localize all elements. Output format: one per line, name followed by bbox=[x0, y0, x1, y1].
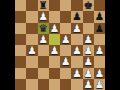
square-d3[interactable] bbox=[49, 56, 60, 67]
cursor-arrow: « bbox=[97, 79, 107, 89]
chessboard-stage: ♜♚♟♟♟♛♟♟♟♟♟♟♟♟♟♟♟♟♟♟♟♟♟♟ « bbox=[0, 0, 120, 90]
chess-board[interactable]: ♜♚♟♟♟♛♟♟♟♟♟♟♟♟♟♟♟♟♟♟♟♟♟♟ bbox=[15, 0, 105, 90]
square-g7[interactable] bbox=[83, 11, 94, 22]
square-h3[interactable] bbox=[94, 56, 105, 67]
square-e1[interactable] bbox=[60, 79, 71, 90]
square-c3[interactable] bbox=[38, 56, 49, 67]
square-f4[interactable]: ♟ bbox=[71, 45, 82, 56]
piece-black-pawn-h6[interactable]: ♟ bbox=[94, 23, 105, 34]
piece-black-pawn-h7[interactable]: ♟ bbox=[94, 11, 105, 22]
square-b2[interactable] bbox=[26, 68, 37, 79]
square-h6[interactable]: ♟ bbox=[94, 23, 105, 34]
square-h7[interactable]: ♟ bbox=[94, 11, 105, 22]
square-f2[interactable]: ♟ bbox=[71, 68, 82, 79]
square-b1[interactable] bbox=[26, 79, 37, 90]
square-e8[interactable] bbox=[60, 0, 71, 11]
piece-white-pawn-h4[interactable]: ♟ bbox=[94, 45, 105, 56]
piece-white-pawn-g1[interactable]: ♟ bbox=[83, 79, 94, 90]
square-e7[interactable] bbox=[60, 11, 71, 22]
square-a5[interactable] bbox=[15, 34, 26, 45]
piece-white-pawn-c5[interactable]: ♟ bbox=[38, 34, 49, 45]
square-b7[interactable] bbox=[26, 11, 37, 22]
piece-white-pawn-e5[interactable]: ♟ bbox=[60, 34, 71, 45]
square-a4[interactable] bbox=[15, 45, 26, 56]
square-d7[interactable] bbox=[49, 11, 60, 22]
piece-white-pawn-f6[interactable]: ♟ bbox=[71, 23, 82, 34]
square-b8[interactable] bbox=[26, 0, 37, 11]
square-b6[interactable] bbox=[26, 23, 37, 34]
square-h4[interactable]: ♟ bbox=[94, 45, 105, 56]
square-a6[interactable] bbox=[15, 23, 26, 34]
square-d1[interactable] bbox=[49, 79, 60, 90]
square-f3[interactable] bbox=[71, 56, 82, 67]
square-d4[interactable]: ♟ bbox=[49, 45, 60, 56]
piece-black-pawn-f7[interactable]: ♟ bbox=[71, 11, 82, 22]
piece-white-pawn-d6[interactable]: ♟ bbox=[49, 23, 60, 34]
square-b4[interactable]: ♟ bbox=[26, 45, 37, 56]
square-e2[interactable] bbox=[60, 68, 71, 79]
piece-white-pawn-c7[interactable]: ♟ bbox=[38, 11, 49, 22]
square-f7[interactable]: ♟ bbox=[71, 11, 82, 22]
square-c2[interactable] bbox=[38, 68, 49, 79]
square-g3[interactable]: ♟ bbox=[83, 56, 94, 67]
square-d6[interactable]: ♟ bbox=[49, 23, 60, 34]
piece-black-king-g8[interactable]: ♚ bbox=[83, 0, 94, 11]
piece-white-pawn-f2[interactable]: ♟ bbox=[71, 68, 82, 79]
square-a2[interactable] bbox=[15, 68, 26, 79]
square-a1[interactable] bbox=[15, 79, 26, 90]
piece-white-pawn-f4[interactable]: ♟ bbox=[71, 45, 82, 56]
square-f6[interactable]: ♟ bbox=[71, 23, 82, 34]
square-b3[interactable] bbox=[26, 56, 37, 67]
square-e3[interactable]: ♟ bbox=[60, 56, 71, 67]
piece-white-pawn-b4[interactable]: ♟ bbox=[26, 45, 37, 56]
square-a3[interactable] bbox=[15, 56, 26, 67]
square-c7[interactable]: ♟ bbox=[38, 11, 49, 22]
piece-white-pawn-d4[interactable]: ♟ bbox=[49, 45, 60, 56]
square-e5[interactable]: ♟ bbox=[60, 34, 71, 45]
square-g1[interactable]: ♟ bbox=[83, 79, 94, 90]
square-c4[interactable] bbox=[38, 45, 49, 56]
square-f1[interactable] bbox=[71, 79, 82, 90]
square-d2[interactable] bbox=[49, 68, 60, 79]
square-d8[interactable] bbox=[49, 0, 60, 11]
square-c5[interactable]: ♟ bbox=[38, 34, 49, 45]
piece-white-pawn-g3[interactable]: ♟ bbox=[83, 56, 94, 67]
square-c1[interactable] bbox=[38, 79, 49, 90]
piece-white-pawn-e3[interactable]: ♟ bbox=[60, 56, 71, 67]
square-a8[interactable] bbox=[15, 0, 26, 11]
square-a7[interactable] bbox=[15, 11, 26, 22]
square-g8[interactable]: ♚ bbox=[83, 0, 94, 11]
